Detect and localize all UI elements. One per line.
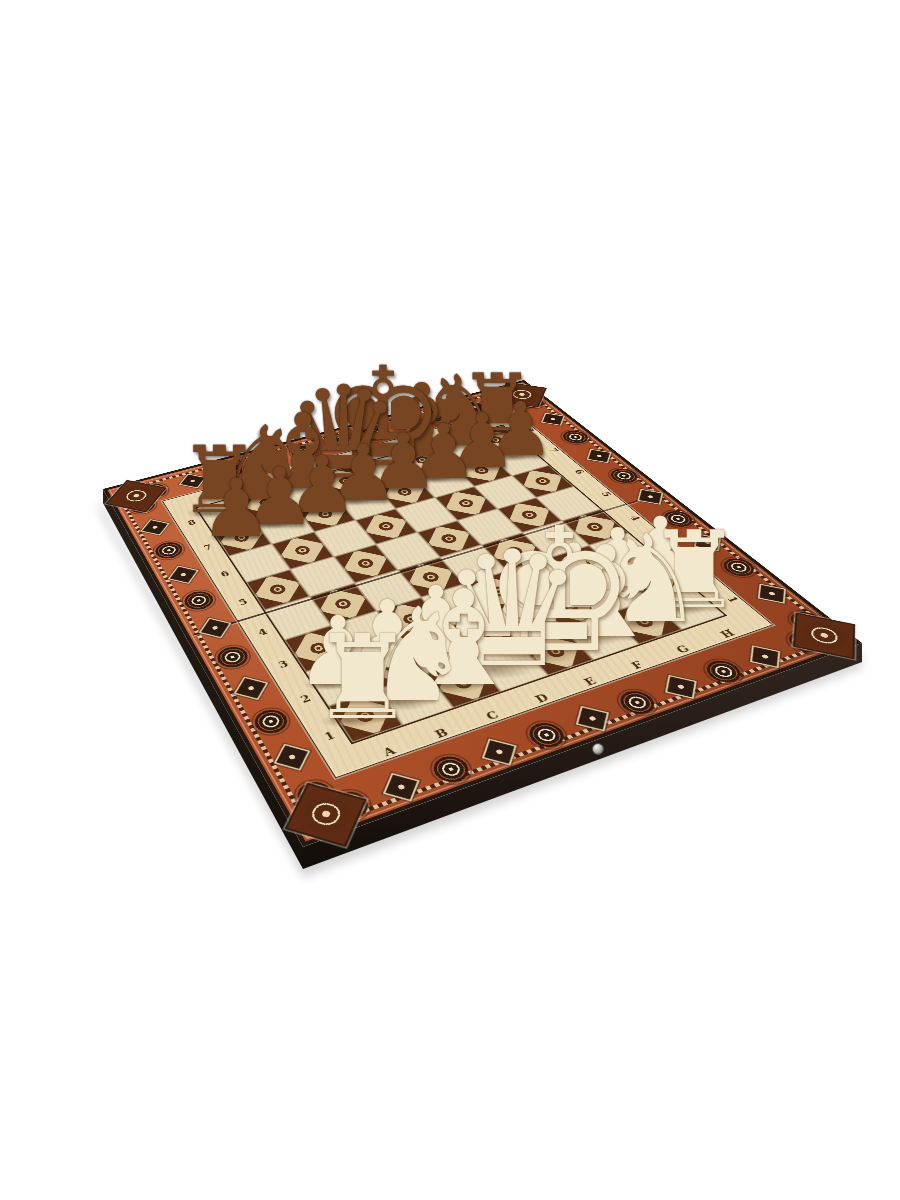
piece-white-rook[interactable]: ♜ bbox=[310, 620, 415, 737]
pieces-layer: ♜♞♝♛♚♝♞♜♟♟♟♟♟♟♟♟♟♟♟♟♟♟♟♟♜♞♝♛♚♝♞♜ bbox=[0, 0, 900, 1200]
piece-black-pawn[interactable]: ♟ bbox=[200, 468, 272, 548]
product-photo-canvas: AA11BB22CC33DD44EE55FF66GG77HH88 ♜♞♝♛♚♝♞… bbox=[0, 0, 900, 1200]
